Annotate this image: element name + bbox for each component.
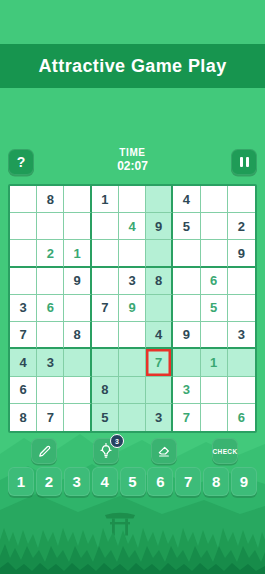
cell-r2c4[interactable] xyxy=(92,213,119,240)
pencil-icon xyxy=(37,444,52,459)
numpad-7[interactable]: 7 xyxy=(175,467,201,496)
sudoku-grid[interactable]: 8144952219938636795784934371683875376 xyxy=(8,184,257,433)
cell-r8c2[interactable] xyxy=(37,377,64,404)
hint-button[interactable]: 3 xyxy=(93,438,119,464)
hint-badge: 3 xyxy=(110,434,124,448)
pause-button[interactable] xyxy=(231,149,257,175)
cell-r5c1[interactable]: 3 xyxy=(10,295,37,322)
cell-r9c7[interactable]: 7 xyxy=(173,404,200,431)
cell-r2c8[interactable] xyxy=(201,213,228,240)
numpad-2[interactable]: 2 xyxy=(36,467,62,496)
numpad-6[interactable]: 6 xyxy=(147,467,173,496)
numpad-5[interactable]: 5 xyxy=(120,467,146,496)
cell-r6c6[interactable]: 4 xyxy=(146,322,173,349)
cell-r8c9[interactable] xyxy=(228,377,255,404)
cell-r4c5[interactable]: 3 xyxy=(119,268,146,295)
cell-r3c5[interactable] xyxy=(119,240,146,267)
cell-r1c8[interactable] xyxy=(201,186,228,213)
cell-r9c4[interactable]: 5 xyxy=(92,404,119,431)
cell-r4c8[interactable]: 6 xyxy=(201,268,228,295)
cell-r3c3[interactable]: 1 xyxy=(64,240,91,267)
check-button-label: CHECK xyxy=(212,448,237,455)
app-screen: Attractive Game Play ? TIME 02:07 814495… xyxy=(0,0,265,574)
numpad-1[interactable]: 1 xyxy=(8,467,34,496)
cell-r3c2[interactable]: 2 xyxy=(37,240,64,267)
cell-r2c1[interactable] xyxy=(10,213,37,240)
cell-r8c6[interactable] xyxy=(146,377,173,404)
cell-r5c4[interactable]: 7 xyxy=(92,295,119,322)
cell-r8c3[interactable] xyxy=(64,377,91,404)
cell-r9c3[interactable] xyxy=(64,404,91,431)
cell-r8c8[interactable] xyxy=(201,377,228,404)
cell-r6c3[interactable]: 8 xyxy=(64,322,91,349)
numpad: 123456789 xyxy=(8,467,257,496)
cell-r1c1[interactable] xyxy=(10,186,37,213)
cell-r7c3[interactable] xyxy=(64,349,91,376)
numpad-8[interactable]: 8 xyxy=(203,467,229,496)
cell-r4c1[interactable] xyxy=(10,268,37,295)
cell-r5c5[interactable]: 9 xyxy=(119,295,146,322)
cell-r3c6[interactable] xyxy=(146,240,173,267)
cell-r2c9[interactable]: 2 xyxy=(228,213,255,240)
cell-r4c6[interactable]: 8 xyxy=(146,268,173,295)
banner: Attractive Game Play xyxy=(0,44,265,88)
cell-r3c9[interactable]: 9 xyxy=(228,240,255,267)
cell-r1c5[interactable] xyxy=(119,186,146,213)
cell-r3c4[interactable] xyxy=(92,240,119,267)
pause-icon xyxy=(240,157,249,167)
cell-r1c6[interactable] xyxy=(146,186,173,213)
cell-r5c7[interactable] xyxy=(173,295,200,322)
cell-r2c2[interactable] xyxy=(37,213,64,240)
cell-r9c5[interactable] xyxy=(119,404,146,431)
eraser-icon xyxy=(156,443,172,459)
cell-r9c2[interactable]: 7 xyxy=(37,404,64,431)
numpad-4[interactable]: 4 xyxy=(92,467,118,496)
cell-r5c2[interactable]: 6 xyxy=(37,295,64,322)
cell-r5c3[interactable] xyxy=(64,295,91,322)
cell-r8c4[interactable]: 8 xyxy=(92,377,119,404)
cell-r1c4[interactable]: 1 xyxy=(92,186,119,213)
cell-r8c5[interactable] xyxy=(119,377,146,404)
numpad-9[interactable]: 9 xyxy=(231,467,257,496)
cell-r1c9[interactable] xyxy=(228,186,255,213)
cell-r6c7[interactable]: 9 xyxy=(173,322,200,349)
cell-r3c1[interactable] xyxy=(10,240,37,267)
cell-r6c2[interactable] xyxy=(37,322,64,349)
cell-r9c6[interactable]: 3 xyxy=(146,404,173,431)
check-button[interactable]: CHECK xyxy=(212,438,238,464)
cell-r4c4[interactable] xyxy=(92,268,119,295)
question-icon: ? xyxy=(17,154,26,170)
cell-r9c9[interactable]: 6 xyxy=(228,404,255,431)
cell-r1c7[interactable]: 4 xyxy=(173,186,200,213)
cell-r2c5[interactable]: 4 xyxy=(119,213,146,240)
cell-r6c5[interactable] xyxy=(119,322,146,349)
cell-r6c9[interactable]: 3 xyxy=(228,322,255,349)
cell-r4c2[interactable] xyxy=(37,268,64,295)
cell-r7c4[interactable] xyxy=(92,349,119,376)
cell-r7c2[interactable]: 3 xyxy=(37,349,64,376)
cell-r8c1[interactable]: 6 xyxy=(10,377,37,404)
cell-r2c3[interactable] xyxy=(64,213,91,240)
cell-r7c6[interactable]: 7 xyxy=(146,349,173,376)
numpad-3[interactable]: 3 xyxy=(64,467,90,496)
cell-r7c7[interactable] xyxy=(173,349,200,376)
cell-r6c8[interactable] xyxy=(201,322,228,349)
time-value: 02:07 xyxy=(0,159,265,173)
cell-r3c7[interactable] xyxy=(173,240,200,267)
cell-r7c9[interactable] xyxy=(228,349,255,376)
cell-r9c8[interactable] xyxy=(201,404,228,431)
cell-r5c8[interactable]: 5 xyxy=(201,295,228,322)
banner-title: Attractive Game Play xyxy=(38,56,226,77)
help-button[interactable]: ? xyxy=(8,149,34,175)
cell-r7c5[interactable] xyxy=(119,349,146,376)
cell-r3c8[interactable] xyxy=(201,240,228,267)
cell-r2c7[interactable]: 5 xyxy=(173,213,200,240)
timer: TIME 02:07 xyxy=(0,147,265,173)
cell-r4c7[interactable] xyxy=(173,268,200,295)
cell-r7c8[interactable]: 1 xyxy=(201,349,228,376)
cell-r6c4[interactable] xyxy=(92,322,119,349)
pencil-button[interactable] xyxy=(31,438,57,464)
cell-r5c9[interactable] xyxy=(228,295,255,322)
cell-r4c9[interactable] xyxy=(228,268,255,295)
cell-r9c1[interactable]: 8 xyxy=(10,404,37,431)
eraser-button[interactable] xyxy=(151,438,177,464)
cell-r8c7[interactable]: 3 xyxy=(173,377,200,404)
cell-r5c6[interactable] xyxy=(146,295,173,322)
cell-r6c1[interactable]: 7 xyxy=(10,322,37,349)
cell-r1c2[interactable]: 8 xyxy=(37,186,64,213)
cell-r1c3[interactable] xyxy=(64,186,91,213)
cell-r2c6[interactable]: 9 xyxy=(146,213,173,240)
cell-r7c1[interactable]: 4 xyxy=(10,349,37,376)
time-label: TIME xyxy=(0,147,265,158)
cell-r4c3[interactable]: 9 xyxy=(64,268,91,295)
